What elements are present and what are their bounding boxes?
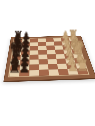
chess-board-frame: ♜♟♟♜♞♟♟♞♝♟♟♝♚♟♟♚♛♟♟♛♝♟♟♝♞♟♟♞♜♟♟♜ bbox=[3, 36, 95, 82]
square-d6 bbox=[30, 55, 39, 60]
square-a6 bbox=[29, 70, 39, 76]
black-rook-icon: ♜ bbox=[8, 60, 21, 75]
board-tilt-wrapper: ♜♟♟♜♞♟♟♞♝♟♟♝♚♟♟♚♛♟♟♛♝♟♟♝♞♟♟♞♜♟♟♜ bbox=[3, 36, 95, 82]
square-a1: ♜ bbox=[77, 69, 88, 75]
perspective-stage: ♜♟♟♜♞♟♟♞♝♟♟♝♚♟♟♚♛♟♟♛♝♟♟♝♞♟♟♞♜♟♟♜ bbox=[0, 0, 95, 126]
square-a5 bbox=[39, 70, 49, 76]
chess-board-grid: ♜♟♟♜♞♟♟♞♝♟♟♝♚♟♟♚♛♟♟♛♝♟♟♝♞♟♟♞♜♟♟♜ bbox=[8, 37, 89, 77]
square-a2: ♟ bbox=[68, 69, 79, 75]
square-a8: ♜ bbox=[9, 71, 19, 77]
product-photo-canvas: ♜♟♟♜♞♟♟♞♝♟♟♝♚♟♟♚♛♟♟♛♝♟♟♝♞♟♟♞♜♟♟♜ bbox=[0, 0, 95, 126]
white-pawn-icon: ♟ bbox=[67, 60, 78, 73]
